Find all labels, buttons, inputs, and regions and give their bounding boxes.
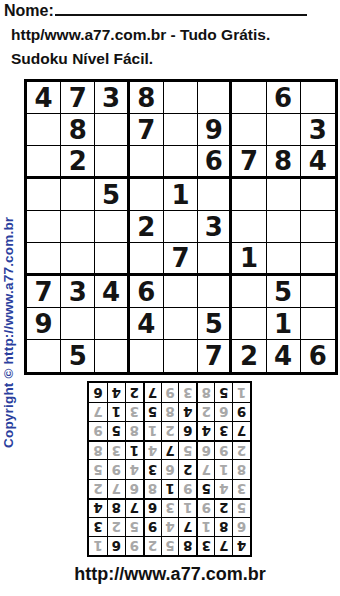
puzzle-cell-r5c6: 3 bbox=[198, 211, 232, 243]
solution-cell-r7c6: 1 bbox=[143, 421, 161, 440]
solution-cell-r6c7: 1 bbox=[125, 440, 143, 459]
solution-cell-r7c5: 2 bbox=[161, 421, 179, 440]
puzzle-cell-r2c9: 3 bbox=[301, 114, 335, 146]
solution-cell-r6c4: 5 bbox=[178, 440, 196, 459]
puzzle-cell-r5c3 bbox=[95, 211, 129, 243]
solution-cell-r3c2: 2 bbox=[214, 498, 232, 517]
puzzle-cell-r8c6: 5 bbox=[198, 308, 232, 340]
solution-cell-r2c1: 6 bbox=[232, 517, 250, 536]
puzzle-cell-r7c2: 3 bbox=[61, 276, 95, 308]
puzzle-cell-r4c5: 1 bbox=[164, 179, 198, 211]
solution-cell-r6c3: 6 bbox=[196, 440, 214, 459]
solution-cell-r1c4: 8 bbox=[178, 536, 196, 555]
solution-cell-r8c9: 7 bbox=[89, 402, 107, 421]
puzzle-cell-r8c1: 9 bbox=[27, 308, 61, 340]
puzzle-cell-r5c2 bbox=[61, 211, 95, 243]
puzzle-cell-r4c7 bbox=[232, 179, 266, 211]
solution-cell-r5c8: 9 bbox=[107, 459, 125, 478]
solution-cell-r9c4: 3 bbox=[178, 383, 196, 402]
name-blank-line bbox=[55, 2, 307, 16]
puzzle-cell-r6c9 bbox=[301, 243, 335, 276]
solution-cell-r9c7: 2 bbox=[125, 383, 143, 402]
puzzle-cell-r4c6 bbox=[198, 179, 232, 211]
solution-cell-r4c2: 4 bbox=[214, 479, 232, 498]
solution-cell-r7c8: 5 bbox=[107, 421, 125, 440]
puzzle-cell-r6c6 bbox=[198, 243, 232, 276]
solution-cell-r9c3: 8 bbox=[196, 383, 214, 402]
puzzle-cell-r2c7 bbox=[232, 114, 266, 146]
solution-cell-r8c7: 3 bbox=[125, 402, 143, 421]
puzzle-cell-r9c1 bbox=[27, 340, 61, 372]
solution-cell-r8c6: 5 bbox=[143, 402, 161, 421]
solution-cell-r4c4: 9 bbox=[178, 479, 196, 498]
puzzle-cell-r9c9: 6 bbox=[301, 340, 335, 372]
puzzle-cell-r7c7 bbox=[232, 276, 266, 308]
solution-cell-r1c9: 1 bbox=[89, 536, 107, 555]
puzzle-cell-r2c2: 8 bbox=[61, 114, 95, 146]
puzzle-cell-r7c1: 7 bbox=[27, 276, 61, 308]
puzzle-cell-r3c7: 7 bbox=[232, 146, 266, 179]
puzzle-cell-r8c2 bbox=[61, 308, 95, 340]
solution-cell-r4c7: 6 bbox=[125, 479, 143, 498]
solution-cell-r5c1: 8 bbox=[232, 459, 250, 478]
puzzle-cell-r6c3 bbox=[95, 243, 129, 276]
solution-cell-r1c7: 9 bbox=[125, 536, 143, 555]
solution-cell-r3c3: 9 bbox=[196, 498, 214, 517]
puzzle-cell-r2c8 bbox=[267, 114, 301, 146]
solution-cell-r4c5: 1 bbox=[161, 479, 179, 498]
puzzle-cell-r5c8 bbox=[267, 211, 301, 243]
solution-cell-r2c2: 8 bbox=[214, 517, 232, 536]
solution-cell-r9c8: 4 bbox=[107, 383, 125, 402]
solution-cell-r1c6: 2 bbox=[143, 536, 161, 555]
puzzle-cell-r9c7: 2 bbox=[232, 340, 266, 372]
solution-cell-r4c9: 2 bbox=[89, 479, 107, 498]
puzzle-cell-r1c5 bbox=[164, 82, 198, 114]
solution-cell-r6c9: 8 bbox=[89, 440, 107, 459]
puzzle-grid: 4738687932678451237173465945157246 bbox=[24, 79, 338, 375]
puzzle-cell-r1c3: 3 bbox=[95, 82, 129, 114]
puzzle-cell-r3c5 bbox=[164, 146, 198, 179]
puzzle-cell-r8c3 bbox=[95, 308, 129, 340]
vertical-copyright-text: Copyright © http://www.a77.com.br bbox=[1, 90, 17, 448]
solution-cell-r3c5: 3 bbox=[161, 498, 179, 517]
puzzle-cell-r5c5 bbox=[164, 211, 198, 243]
puzzle-cell-r9c5 bbox=[164, 340, 198, 372]
puzzle-cell-r6c5: 7 bbox=[164, 243, 198, 276]
solution-cell-r3c4: 1 bbox=[178, 498, 196, 517]
solution-cell-r8c1: 9 bbox=[232, 402, 250, 421]
puzzle-cell-r5c4: 2 bbox=[130, 211, 164, 243]
puzzle-cell-r2c3 bbox=[95, 114, 129, 146]
solution-cell-r4c1: 3 bbox=[232, 479, 250, 498]
puzzle-cell-r7c4: 6 bbox=[130, 276, 164, 308]
puzzle-cell-r4c1 bbox=[27, 179, 61, 211]
puzzle-cell-r3c2: 2 bbox=[61, 146, 95, 179]
puzzle-cell-r1c6 bbox=[198, 82, 232, 114]
solution-grid-rotated: 4738529616817495235291367843459186728172… bbox=[87, 381, 252, 557]
puzzle-cell-r7c6 bbox=[198, 276, 232, 308]
solution-cell-r5c6: 3 bbox=[143, 459, 161, 478]
solution-cell-r5c9: 5 bbox=[89, 459, 107, 478]
puzzle-cell-r4c8 bbox=[267, 179, 301, 211]
solution-cell-r2c7: 5 bbox=[125, 517, 143, 536]
puzzle-cell-r5c9 bbox=[301, 211, 335, 243]
puzzle-cell-r7c8: 5 bbox=[267, 276, 301, 308]
puzzle-cell-r8c5 bbox=[164, 308, 198, 340]
solution-cell-r3c8: 8 bbox=[107, 498, 125, 517]
puzzle-cell-r9c3 bbox=[95, 340, 129, 372]
solution-cell-r9c5: 9 bbox=[161, 383, 179, 402]
solution-cell-r7c1: 7 bbox=[232, 421, 250, 440]
name-row: Nome: bbox=[4, 2, 334, 22]
puzzle-cell-r3c8: 8 bbox=[267, 146, 301, 179]
solution-cell-r3c6: 6 bbox=[143, 498, 161, 517]
puzzle-cell-r2c5 bbox=[164, 114, 198, 146]
puzzle-cell-r6c7: 1 bbox=[232, 243, 266, 276]
solution-cell-r9c6: 7 bbox=[143, 383, 161, 402]
puzzle-cell-r6c8 bbox=[267, 243, 301, 276]
puzzle-cell-r6c4 bbox=[130, 243, 164, 276]
solution-cell-r8c5: 8 bbox=[161, 402, 179, 421]
solution-cell-r1c2: 7 bbox=[214, 536, 232, 555]
solution-cell-r2c3: 1 bbox=[196, 517, 214, 536]
puzzle-cell-r5c7 bbox=[232, 211, 266, 243]
solution-cell-r3c1: 5 bbox=[232, 498, 250, 517]
puzzle-cell-r2c4: 7 bbox=[130, 114, 164, 146]
solution-cell-r7c3: 4 bbox=[196, 421, 214, 440]
puzzle-cell-r3c3 bbox=[95, 146, 129, 179]
puzzle-cell-r1c7 bbox=[232, 82, 266, 114]
solution-cell-r4c8: 7 bbox=[107, 479, 125, 498]
puzzle-cell-r2c6: 9 bbox=[198, 114, 232, 146]
puzzle-cell-r4c3: 5 bbox=[95, 179, 129, 211]
puzzle-cell-r3c6: 6 bbox=[198, 146, 232, 179]
puzzle-cell-r9c4 bbox=[130, 340, 164, 372]
puzzle-cell-r9c8: 4 bbox=[267, 340, 301, 372]
puzzle-cell-r8c4: 4 bbox=[130, 308, 164, 340]
solution-cell-r7c2: 3 bbox=[214, 421, 232, 440]
puzzle-cell-r1c8: 6 bbox=[267, 82, 301, 114]
solution-cell-r5c7: 4 bbox=[125, 459, 143, 478]
solution-cell-r4c6: 8 bbox=[143, 479, 161, 498]
puzzle-cell-r3c9: 4 bbox=[301, 146, 335, 179]
solution-cell-r9c9: 6 bbox=[89, 383, 107, 402]
solution-cell-r8c3: 2 bbox=[196, 402, 214, 421]
solution-cell-r7c4: 6 bbox=[178, 421, 196, 440]
puzzle-cell-r2c1 bbox=[27, 114, 61, 146]
solution-cell-r1c5: 5 bbox=[161, 536, 179, 555]
puzzle-cell-r7c3: 4 bbox=[95, 276, 129, 308]
puzzle-cell-r3c1 bbox=[27, 146, 61, 179]
solution-cell-r6c6: 4 bbox=[143, 440, 161, 459]
puzzle-cell-r6c2 bbox=[61, 243, 95, 276]
puzzle-cell-r9c6: 7 bbox=[198, 340, 232, 372]
solution-cell-r6c2: 9 bbox=[214, 440, 232, 459]
site-title: http/www.a77.com.br - Tudo Grátis. bbox=[11, 26, 270, 44]
solution-cell-r7c9: 9 bbox=[89, 421, 107, 440]
solution-cell-r5c3: 7 bbox=[196, 459, 214, 478]
puzzle-cell-r9c2: 5 bbox=[61, 340, 95, 372]
puzzle-cell-r8c8: 1 bbox=[267, 308, 301, 340]
solution-cell-r1c1: 4 bbox=[232, 536, 250, 555]
solution-cell-r3c9: 4 bbox=[89, 498, 107, 517]
solution-cell-r5c5: 6 bbox=[161, 459, 179, 478]
puzzle-cell-r4c4 bbox=[130, 179, 164, 211]
solution-cell-r9c2: 5 bbox=[214, 383, 232, 402]
solution-cell-r2c6: 9 bbox=[143, 517, 161, 536]
puzzle-cell-r3c4 bbox=[130, 146, 164, 179]
solution-cell-r2c9: 3 bbox=[89, 517, 107, 536]
solution-cell-r1c8: 6 bbox=[107, 536, 125, 555]
puzzle-cell-r1c2: 7 bbox=[61, 82, 95, 114]
solution-cell-r8c2: 6 bbox=[214, 402, 232, 421]
puzzle-cell-r8c9 bbox=[301, 308, 335, 340]
puzzle-cell-r8c7 bbox=[232, 308, 266, 340]
puzzle-cell-r4c9 bbox=[301, 179, 335, 211]
footer-url: http://www.a77.com.br bbox=[0, 564, 340, 585]
solution-cell-r4c3: 5 bbox=[196, 479, 214, 498]
puzzle-level-title: Sudoku Nível Fácil. bbox=[11, 50, 153, 68]
solution-cell-r6c5: 7 bbox=[161, 440, 179, 459]
puzzle-cell-r1c9 bbox=[301, 82, 335, 114]
puzzle-cell-r4c2 bbox=[61, 179, 95, 211]
sudoku-page: Nome: http/www.a77.com.br - Tudo Grátis.… bbox=[0, 0, 340, 596]
solution-cell-r7c7: 8 bbox=[125, 421, 143, 440]
solution-cell-r8c4: 4 bbox=[178, 402, 196, 421]
solution-cell-r2c8: 2 bbox=[107, 517, 125, 536]
solution-cell-r5c4: 2 bbox=[178, 459, 196, 478]
puzzle-cell-r1c1: 4 bbox=[27, 82, 61, 114]
solution-cell-r9c1: 1 bbox=[232, 383, 250, 402]
solution-cell-r3c7: 7 bbox=[125, 498, 143, 517]
solution-cell-r2c5: 4 bbox=[161, 517, 179, 536]
puzzle-cell-r7c5 bbox=[164, 276, 198, 308]
solution-cell-r5c2: 1 bbox=[214, 459, 232, 478]
solution-cell-r2c4: 7 bbox=[178, 517, 196, 536]
puzzle-cell-r5c1 bbox=[27, 211, 61, 243]
solution-cell-r8c8: 1 bbox=[107, 402, 125, 421]
puzzle-cell-r6c1 bbox=[27, 243, 61, 276]
solution-cell-r6c8: 3 bbox=[107, 440, 125, 459]
puzzle-cell-r1c4: 8 bbox=[130, 82, 164, 114]
solution-cell-r6c1: 2 bbox=[232, 440, 250, 459]
solution-cell-r1c3: 3 bbox=[196, 536, 214, 555]
name-label: Nome: bbox=[4, 2, 54, 19]
puzzle-cell-r7c9 bbox=[301, 276, 335, 308]
